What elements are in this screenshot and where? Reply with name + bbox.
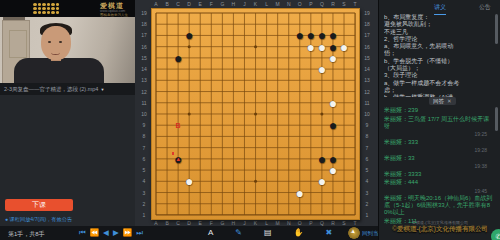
coord-number: 13 [364,78,370,83]
chat-timestamp: 19:45 [384,188,493,194]
end-class-button[interactable]: 下课 [5,199,73,211]
coord-number: 16 [364,44,370,49]
coord-letter: F [210,2,213,7]
coord-letter: D [187,2,191,7]
coord-number: 14 [364,67,370,72]
coord-number: 11 [364,100,369,105]
answer-tag-label: 回答 [433,98,444,104]
coord-letter: O [298,221,302,226]
coord-number: 5 [143,168,146,173]
last-move-triangle-marker: ▲ [175,156,181,162]
logo-dot [51,7,55,10]
text-tool[interactable]: A [208,228,213,238]
coord-letter: S [342,2,345,7]
logo-dot [56,7,60,10]
coord-letter: J [243,2,246,7]
coord-letter: G [220,2,224,7]
logo-dot [33,11,37,14]
coord-letter: B [165,221,168,226]
chat-message: 米丽娅：444 [384,179,493,186]
coord-letter: H [232,2,236,7]
white-stone-R15: ● [329,51,337,65]
white-stone-D4: ● [185,174,193,188]
white-stone-R5: ● [329,163,337,177]
move-counter: 第1手，共8手 [8,230,45,239]
white-stone-Q14: ● [318,62,326,76]
logo-dot [42,3,46,6]
door-panel [9,30,27,58]
logo-dot [38,11,42,14]
chat-list: 米丽娅：239米丽娅：三鸟蛋 17/7 周五什么时候开课呀19:25米丽娅：33… [384,107,493,225]
watermark: ©爱棋道-(北京)文化传播有限公司 [379,225,500,234]
chat-timestamp: 19:28 [384,147,493,153]
coord-letter: K [254,2,257,7]
coord-letter: E [199,221,202,226]
webcam-video [0,17,135,83]
chat-message: 米丽娅：333 [384,139,493,146]
coord-number: 2 [143,201,146,206]
white-stone-S16: ● [340,40,348,54]
red-square-marker [172,152,175,155]
coord-number: 6 [366,156,369,161]
coord-number: 8 [366,134,369,139]
coord-letter: P [309,221,312,226]
coord-letter: B [165,2,168,7]
coord-number: 8 [143,134,146,139]
logo-dot [38,3,42,6]
coord-letter: R [331,2,335,7]
playback-button-2[interactable]: ◀ [103,228,109,238]
chat-timestamp: 19:25 [384,131,493,137]
coord-number: 14 [141,67,147,72]
presenter-mouth [51,50,60,55]
brand-logo-dots-icon [33,3,59,14]
coord-number: 5 [366,168,369,173]
playback-button-1[interactable]: ⏪ [90,228,99,238]
coord-number: 7 [366,145,369,150]
black-stone-C15: ● [174,51,182,65]
logo-dot [47,11,51,14]
coord-number: 9 [366,123,369,128]
coord-letter: Q [320,221,324,226]
board-coords-top: ABCDEFGHJKLMNOPQRST [151,0,360,8]
black-stone-O17: ● [296,28,304,42]
coord-letter: L [265,2,268,7]
logo-dot [56,11,60,14]
logo-dot [47,7,51,10]
lecture-notes: b、布局重复度： 避免被风吹乱刮； 不迷三凡 2、哲学理论 a、布局喂意久，先易… [384,14,492,97]
coord-number: 7 [143,145,146,150]
coord-letter: O [298,2,302,7]
coord-number: 13 [141,78,147,83]
eye [59,41,62,43]
coord-letter: P [309,2,312,7]
coord-letter: H [232,221,236,226]
coord-number: 18 [364,22,370,27]
chat-message: 米丽娅：三鸟蛋 17/7 周五什么时候开课呀 [384,116,493,130]
coord-number: 4 [366,179,369,184]
coord-letter: M [276,221,280,226]
playback-button-4[interactable]: ⏩ [123,228,132,238]
coord-number: 9 [143,123,146,128]
background-shelf [3,17,25,20]
chat-message: 米丽娅：33 [384,155,493,162]
black-stone-D17: ● [185,28,193,42]
playback-controls: ⏮⏪◀▶⏩⏭ [79,228,143,238]
bottom-toolbar: 第1手，共8手 ⏮⏪◀▶⏩⏭ A✎▤✋✖ 回到当前进度 [0,226,378,240]
coord-number: 10 [364,111,370,116]
coord-letter: J [243,221,246,226]
option-label-B: B [176,122,181,129]
app-window: 爱棋道 www.iqidao.com 围棋高效学习人生 2-3周复盘——官子精进… [0,0,500,240]
notes-scrollbar[interactable] [495,14,498,44]
coord-letter: M [276,2,280,7]
coord-letter: F [210,221,213,226]
white-stone-R11: ● [329,96,337,110]
coord-number: 2 [366,201,369,206]
tab-notes[interactable]: 讲义 [434,3,446,15]
logo-dot [51,11,55,14]
coord-letter: C [176,221,180,226]
playback-button-0[interactable]: ⏮ [79,228,86,238]
logo-dot [51,3,55,6]
coord-letter: S [342,221,345,226]
playback-button-3[interactable]: ▶ [113,228,119,238]
white-stone-Q4: ● [318,174,326,188]
go-board[interactable]: ●●●●●●●●●●●●●●●●●●●●●▲B [151,8,360,220]
coord-number: 6 [143,156,146,161]
chat-scrollbar[interactable] [495,107,498,131]
chat-message: 米丽娅：3333 [384,171,493,178]
eye [48,41,51,43]
white-stone-P16: ● [307,40,315,54]
white-stone-O3: ● [296,186,304,200]
coord-number: 12 [364,89,370,94]
playback-button-5[interactable]: ⏭ [136,228,143,238]
logo-dot [56,3,60,6]
coord-number: 19 [141,11,147,16]
coord-letter: T [354,221,357,226]
coord-letter: T [354,2,357,7]
coord-letter: A [154,221,157,226]
pencil-tool[interactable]: ✎ [235,228,242,238]
chevron-down-icon: ▼ [100,87,104,92]
logo-dot [33,7,37,10]
logo-dot [47,3,51,6]
lesson-file-label: 2-3周复盘——官子精进，选段 (2).mp4 [4,86,98,92]
hand-tool[interactable]: ✋ [294,228,304,238]
white-stone-Q16: ● [318,40,326,54]
coord-number: 19 [364,11,370,16]
board-coords-right: 19181716151413121110987654321 [362,8,374,220]
coord-letter: R [331,221,335,226]
image-tool[interactable]: ▤ [264,228,272,238]
chat-timestamp: 19:38 [384,163,493,169]
logo-dot [38,7,42,10]
board-coords-left: 19181716151413121110987654321 [137,8,149,220]
coord-number: 15 [364,55,370,60]
black-stone-Q6: ● [318,152,326,166]
coord-letter: G [220,221,224,226]
coord-number: 16 [141,44,147,49]
close-tool[interactable]: ✖ [326,228,333,238]
left-panel: 爱棋道 www.iqidao.com 围棋高效学习人生 2-3周复盘——官子精进… [0,0,135,240]
logo-dot [42,11,46,14]
coord-letter: N [287,2,291,7]
coord-letter: L [265,221,268,226]
coord-number: 4 [143,179,146,184]
coord-number: 15 [141,55,147,60]
coord-number: 10 [141,111,147,116]
coord-number: 1 [143,212,146,217]
black-stone-R9: ● [329,118,337,132]
announcement-link[interactable]: ● 课程回放4/7(四)，有效公告 [5,216,133,223]
presenter-body [14,58,104,83]
coord-number: 11 [141,100,146,105]
coord-number: 3 [143,190,146,195]
coord-letter: D [187,221,191,226]
coord-letter: N [287,221,291,226]
annotation-tools: A✎▤✋✖ [208,228,332,238]
right-panel: 讲义 公告 b、布局重复度： 避免被风吹乱刮； 不迷三凡 2、哲学理论 a、布局… [378,0,500,240]
close-icon[interactable]: ✕ [447,98,452,104]
coord-number: 3 [366,190,369,195]
answer-tag: 回答✕ [429,97,456,105]
coord-letter: Q [320,2,324,7]
tab-announcement[interactable]: 公告 [479,3,491,14]
board-panel: ABCDEFGHJKLMNOPQRST ABCDEFGHJKLMNOPQRST … [135,0,378,226]
help-button[interactable]: ✆ [491,229,500,240]
logo-dot [33,3,37,6]
coord-number: 1 [366,212,369,217]
brand-header: 爱棋道 www.iqidao.com 围棋高效学习人生 [0,0,135,17]
coord-number: 12 [141,89,147,94]
logo-dot [42,7,46,10]
chat-message: 米丽娅：明天晚20:16（神仙局6）血战到底（5-1起）6级围棋33人，先手胜率… [384,195,493,216]
chat-message: 米丽娅：239 [384,107,493,114]
coord-number: 17 [141,33,147,38]
coord-number: 17 [364,33,370,38]
coord-letter: K [254,221,257,226]
pointer-highlight-icon [348,227,360,239]
coord-number: 18 [141,22,147,27]
lesson-file-dropdown[interactable]: 2-3周复盘——官子精进，选段 (2).mp4▼ [0,83,135,95]
coord-letter: C [176,2,180,7]
coord-letter: A [154,2,157,7]
coord-letter: E [199,2,202,7]
